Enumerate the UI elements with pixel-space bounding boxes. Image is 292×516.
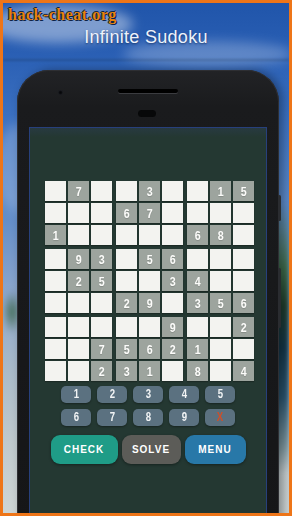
- sudoku-cell-r6c3[interactable]: [91, 293, 112, 313]
- sudoku-cell-r1c2[interactable]: 7: [68, 181, 89, 201]
- menu-button[interactable]: MENU: [185, 435, 246, 464]
- sudoku-cell-r5c7[interactable]: 4: [187, 271, 208, 291]
- sudoku-cell-r1c5[interactable]: 3: [139, 181, 160, 201]
- sudoku-cell-r9c6[interactable]: [162, 361, 183, 381]
- sudoku-cell-r2c4[interactable]: 6: [116, 203, 137, 223]
- sudoku-cell-r4c9[interactable]: [233, 249, 254, 269]
- numpad-6-button[interactable]: 6: [61, 409, 91, 426]
- sudoku-cell-r9c3[interactable]: 2: [91, 361, 112, 381]
- sudoku-cell-r7c5[interactable]: [139, 317, 160, 337]
- sudoku-box-4: 9325: [45, 249, 112, 313]
- sudoku-cell-r6c7[interactable]: 3: [187, 293, 208, 313]
- sudoku-cell-r3c5[interactable]: [139, 225, 160, 245]
- sudoku-cell-r4c7[interactable]: [187, 249, 208, 269]
- sudoku-cell-r7c9[interactable]: 2: [233, 317, 254, 337]
- sudoku-box-7: 72: [45, 317, 112, 381]
- sudoku-cell-r3c6[interactable]: [162, 225, 183, 245]
- sudoku-cell-r7c8[interactable]: [210, 317, 231, 337]
- sudoku-cell-r3c7[interactable]: 6: [187, 225, 208, 245]
- sudoku-cell-r7c1[interactable]: [45, 317, 66, 337]
- sudoku-cell-r6c6[interactable]: [162, 293, 183, 313]
- sudoku-cell-r9c7[interactable]: 8: [187, 361, 208, 381]
- sudoku-cell-r1c6[interactable]: [162, 181, 183, 201]
- sudoku-cell-r3c9[interactable]: [233, 225, 254, 245]
- numpad-9-button[interactable]: 9: [169, 409, 199, 426]
- sudoku-cell-r5c9[interactable]: [233, 271, 254, 291]
- numpad-2-button[interactable]: 2: [97, 386, 127, 403]
- sudoku-cell-r5c3[interactable]: 5: [91, 271, 112, 291]
- sudoku-cell-r2c3[interactable]: [91, 203, 112, 223]
- numpad-erase-button[interactable]: X: [205, 409, 235, 426]
- sudoku-cell-r1c1[interactable]: [45, 181, 66, 201]
- sudoku-cell-r4c5[interactable]: 5: [139, 249, 160, 269]
- sudoku-cell-r9c8[interactable]: [210, 361, 231, 381]
- sudoku-cell-r5c5[interactable]: [139, 271, 160, 291]
- sudoku-cell-r2c1[interactable]: [45, 203, 66, 223]
- sudoku-cell-r2c8[interactable]: [210, 203, 231, 223]
- sudoku-box-6: 4356: [187, 249, 254, 313]
- volume-button: [278, 268, 281, 328]
- front-camera-icon: [58, 90, 63, 95]
- sudoku-cell-r1c7[interactable]: [187, 181, 208, 201]
- sudoku-cell-r5c2[interactable]: 2: [68, 271, 89, 291]
- numpad-1-button[interactable]: 1: [61, 386, 91, 403]
- sudoku-cell-r6c4[interactable]: 2: [116, 293, 137, 313]
- sudoku-cell-r7c6[interactable]: 9: [162, 317, 183, 337]
- sudoku-cell-r9c4[interactable]: 3: [116, 361, 137, 381]
- number-pad: 12345 6789X: [30, 386, 266, 426]
- sudoku-cell-r5c4[interactable]: [116, 271, 137, 291]
- sudoku-cell-r3c2[interactable]: [68, 225, 89, 245]
- sudoku-cell-r8c1[interactable]: [45, 339, 66, 359]
- sudoku-cell-r7c2[interactable]: [68, 317, 89, 337]
- page-title: Infinite Sudoku: [3, 27, 289, 48]
- sudoku-cell-r8c7[interactable]: 1: [187, 339, 208, 359]
- sudoku-cell-r9c9[interactable]: 4: [233, 361, 254, 381]
- sudoku-cell-r6c9[interactable]: 6: [233, 293, 254, 313]
- phone-screen: 7136715689325563294356729562312184 12345…: [29, 127, 267, 516]
- sudoku-cell-r9c1[interactable]: [45, 361, 66, 381]
- sudoku-cell-r9c5[interactable]: 1: [139, 361, 160, 381]
- sudoku-cell-r4c3[interactable]: 3: [91, 249, 112, 269]
- sudoku-box-1: 71: [45, 181, 112, 245]
- sudoku-cell-r8c3[interactable]: 7: [91, 339, 112, 359]
- banner-seam: [3, 59, 289, 61]
- phone-frame: 7136715689325563294356729562312184 12345…: [17, 70, 279, 516]
- sudoku-cell-r2c7[interactable]: [187, 203, 208, 223]
- sudoku-cell-r6c1[interactable]: [45, 293, 66, 313]
- status-bar: [30, 128, 266, 137]
- sudoku-cell-r8c5[interactable]: 6: [139, 339, 160, 359]
- sudoku-cell-r5c8[interactable]: [210, 271, 231, 291]
- sudoku-cell-r1c9[interactable]: 5: [233, 181, 254, 201]
- sudoku-box-2: 367: [116, 181, 183, 245]
- numpad-3-button[interactable]: 3: [133, 386, 163, 403]
- sudoku-cell-r9c2[interactable]: [68, 361, 89, 381]
- sudoku-cell-r4c8[interactable]: [210, 249, 231, 269]
- number-pad-row-2: 6789X: [61, 409, 235, 426]
- proximity-sensor-icon: [138, 110, 156, 117]
- sudoku-cell-r8c8[interactable]: [210, 339, 231, 359]
- sudoku-cell-r2c9[interactable]: [233, 203, 254, 223]
- sudoku-cell-r1c4[interactable]: [116, 181, 137, 201]
- sudoku-cell-r4c4[interactable]: [116, 249, 137, 269]
- sudoku-cell-r4c2[interactable]: 9: [68, 249, 89, 269]
- sudoku-cell-r1c8[interactable]: 1: [210, 181, 231, 201]
- sudoku-cell-r3c4[interactable]: [116, 225, 137, 245]
- sudoku-cell-r2c2[interactable]: [68, 203, 89, 223]
- sudoku-cell-r1c3[interactable]: [91, 181, 112, 201]
- sudoku-cell-r7c7[interactable]: [187, 317, 208, 337]
- sudoku-cell-r2c6[interactable]: [162, 203, 183, 223]
- screenshot-root: hack-cheat.org Infinite Sudoku 713671568…: [0, 0, 292, 516]
- solve-button[interactable]: SOLVE: [122, 435, 181, 464]
- power-button: [278, 195, 281, 221]
- sudoku-cell-r3c1[interactable]: 1: [45, 225, 66, 245]
- sudoku-cell-r3c8[interactable]: 8: [210, 225, 231, 245]
- sudoku-cell-r8c2[interactable]: [68, 339, 89, 359]
- sudoku-box-9: 2184: [187, 317, 254, 381]
- number-pad-row-1: 12345: [61, 386, 235, 403]
- sudoku-board: 7136715689325563294356729562312184: [45, 181, 254, 381]
- sudoku-cell-r4c6[interactable]: 6: [162, 249, 183, 269]
- sudoku-cell-r5c1[interactable]: [45, 271, 66, 291]
- sudoku-box-3: 1568: [187, 181, 254, 245]
- action-bar: CHECK SOLVE MENU: [30, 435, 266, 464]
- sudoku-box-8: 956231: [116, 317, 183, 381]
- numpad-7-button[interactable]: 7: [97, 409, 127, 426]
- sudoku-cell-r8c4[interactable]: 5: [116, 339, 137, 359]
- sudoku-cell-r6c2[interactable]: [68, 293, 89, 313]
- sudoku-cell-r4c1[interactable]: [45, 249, 66, 269]
- sudoku-cell-r6c5[interactable]: 9: [139, 293, 160, 313]
- earpiece-speaker-icon: [118, 89, 178, 93]
- sudoku-box-5: 56329: [116, 249, 183, 313]
- sudoku-cell-r8c9[interactable]: [233, 339, 254, 359]
- sudoku-cell-r6c8[interactable]: 5: [210, 293, 231, 313]
- numpad-4-button[interactable]: 4: [169, 386, 199, 403]
- numpad-5-button[interactable]: 5: [205, 386, 235, 403]
- sudoku-cell-r2c5[interactable]: 7: [139, 203, 160, 223]
- sudoku-cell-r8c6[interactable]: 2: [162, 339, 183, 359]
- sudoku-cell-r7c3[interactable]: [91, 317, 112, 337]
- sudoku-cell-r7c4[interactable]: [116, 317, 137, 337]
- sudoku-cell-r5c6[interactable]: 3: [162, 271, 183, 291]
- check-button[interactable]: CHECK: [51, 435, 118, 464]
- numpad-8-button[interactable]: 8: [133, 409, 163, 426]
- sudoku-cell-r3c3[interactable]: [91, 225, 112, 245]
- watermark-text: hack-cheat.org: [8, 6, 117, 24]
